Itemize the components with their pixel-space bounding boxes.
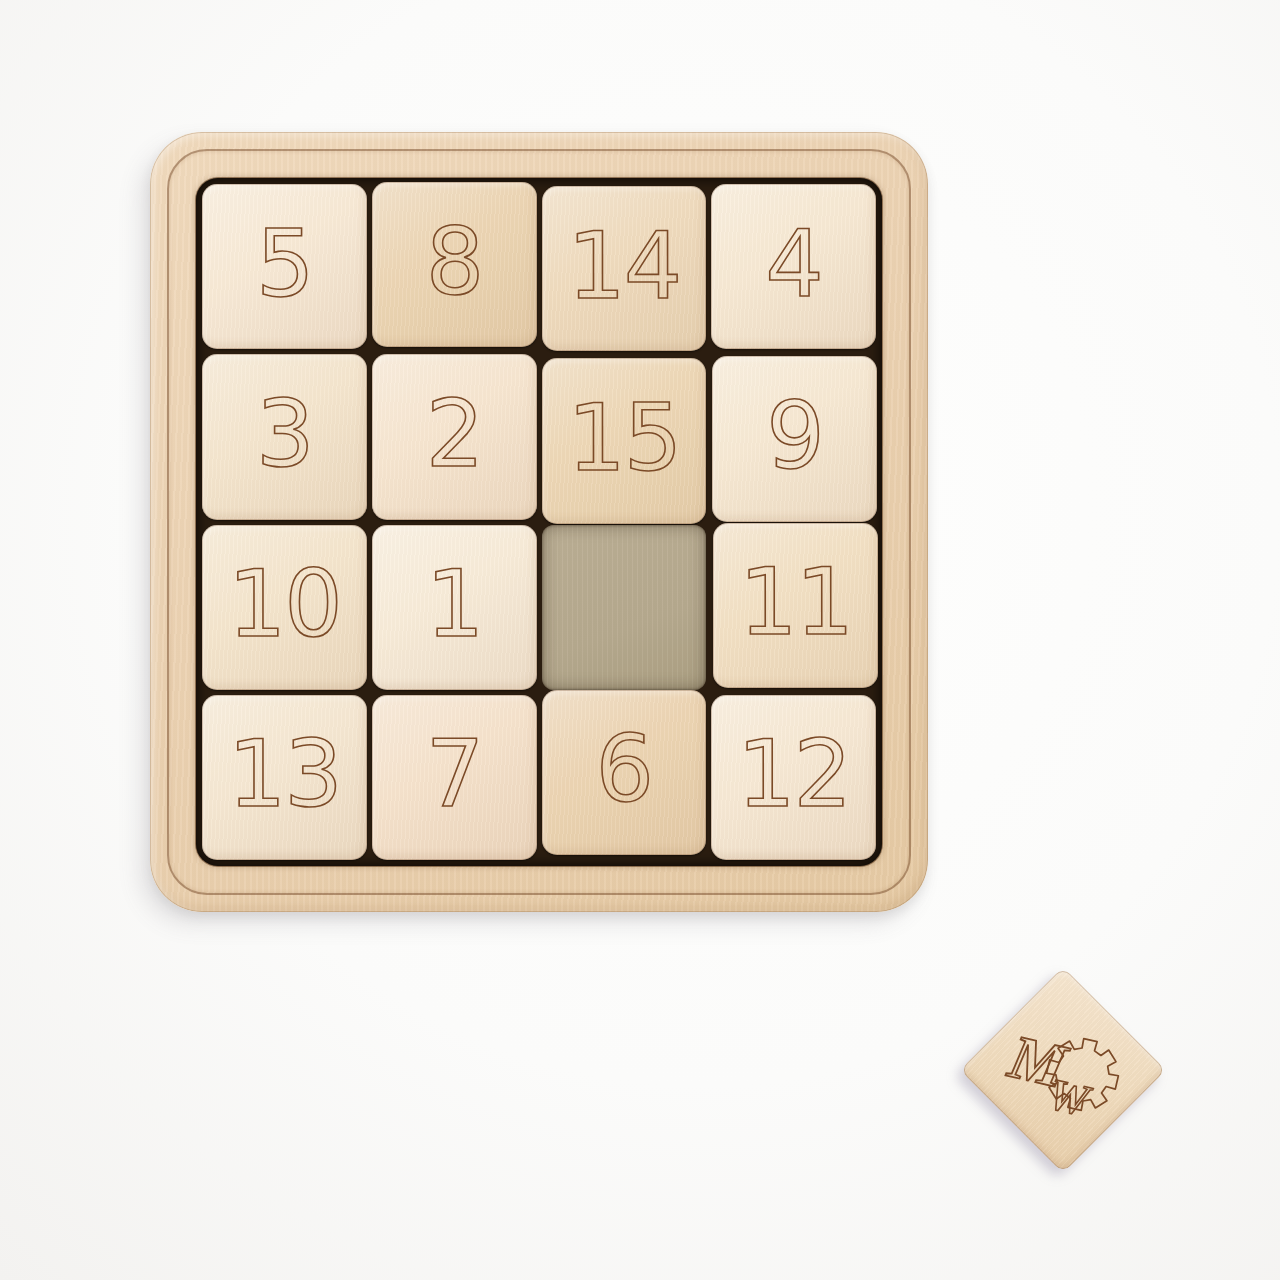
tile-number: 5	[256, 219, 313, 311]
cell: 2	[372, 354, 537, 519]
logo-tile-wrapper: M W	[990, 997, 1136, 1143]
cell: 12	[711, 695, 876, 860]
puzzle-tile[interactable]: 11	[713, 523, 878, 688]
puzzle-tile[interactable]: 3	[202, 354, 367, 519]
puzzle-tile[interactable]: 12	[711, 695, 876, 860]
cell: 11	[711, 525, 876, 690]
puzzle-tile[interactable]: 15	[542, 358, 707, 523]
puzzle-tile[interactable]: 9	[712, 356, 877, 521]
tile-number: 1	[426, 559, 483, 651]
cell: 7	[372, 695, 537, 860]
tile-number: 9	[766, 391, 823, 483]
cell: 9	[711, 354, 876, 519]
cell: 15	[542, 354, 707, 519]
puzzle-tile[interactable]: 1	[372, 525, 537, 690]
tile-number: 13	[228, 729, 341, 821]
puzzle-tile[interactable]: 5	[202, 184, 367, 349]
cell: 10	[202, 525, 367, 690]
tile-number: 3	[256, 389, 313, 481]
photo-background: 5 8 14 4 3 2 15 9 10 1 11 13 7 6 12	[0, 0, 1280, 1280]
cell: 1	[372, 525, 537, 690]
puzzle-tile[interactable]: 2	[372, 354, 537, 519]
tile-number: 10	[228, 559, 341, 651]
tile-tray: 5 8 14 4 3 2 15 9 10 1 11 13 7 6 12	[196, 178, 882, 866]
cell: 4	[711, 184, 876, 349]
puzzle-board: 5 8 14 4 3 2 15 9 10 1 11 13 7 6 12	[150, 132, 928, 912]
puzzle-tile[interactable]: 8	[372, 182, 537, 347]
tile-number: 4	[765, 219, 822, 311]
mw-gear-logo: M W	[989, 996, 1138, 1145]
tile-number: 12	[737, 729, 850, 821]
tile-number: 15	[567, 393, 680, 485]
logo-tile[interactable]: M W	[960, 967, 1166, 1173]
tile-number: 2	[426, 389, 483, 481]
cell: 13	[202, 695, 367, 860]
puzzle-tile[interactable]: 6	[542, 690, 707, 855]
cell: 14	[542, 184, 707, 349]
tile-number: 14	[567, 221, 680, 313]
tile-number: 6	[596, 724, 653, 816]
cell-empty	[542, 525, 707, 690]
puzzle-tile[interactable]: 4	[711, 184, 876, 349]
puzzle-tile[interactable]: 10	[202, 525, 367, 690]
tile-number: 11	[739, 557, 852, 649]
cell: 6	[542, 695, 707, 860]
puzzle-tile[interactable]: 13	[202, 695, 367, 860]
tile-number: 7	[426, 729, 483, 821]
cell: 3	[202, 354, 367, 519]
gear-icon: M W	[989, 996, 1138, 1145]
tile-grid: 5 8 14 4 3 2 15 9 10 1 11 13 7 6 12	[202, 184, 876, 860]
tile-number: 8	[426, 217, 483, 309]
cell: 8	[372, 184, 537, 349]
puzzle-tile[interactable]: 7	[372, 695, 537, 860]
cell: 5	[202, 184, 367, 349]
puzzle-tile[interactable]: 14	[542, 186, 707, 351]
